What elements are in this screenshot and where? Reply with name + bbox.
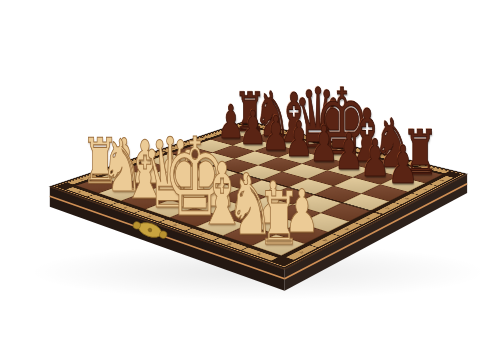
piece-black-pawn[interactable]: ♟ — [360, 132, 390, 184]
piece-white-rook[interactable]: ♜ — [257, 182, 300, 255]
piece-black-pawn[interactable]: ♟ — [387, 139, 418, 192]
product-photo-backdrop: abcdefgh abcdefgh 87654321 87654321 ♜♞♝♛… — [0, 0, 480, 360]
